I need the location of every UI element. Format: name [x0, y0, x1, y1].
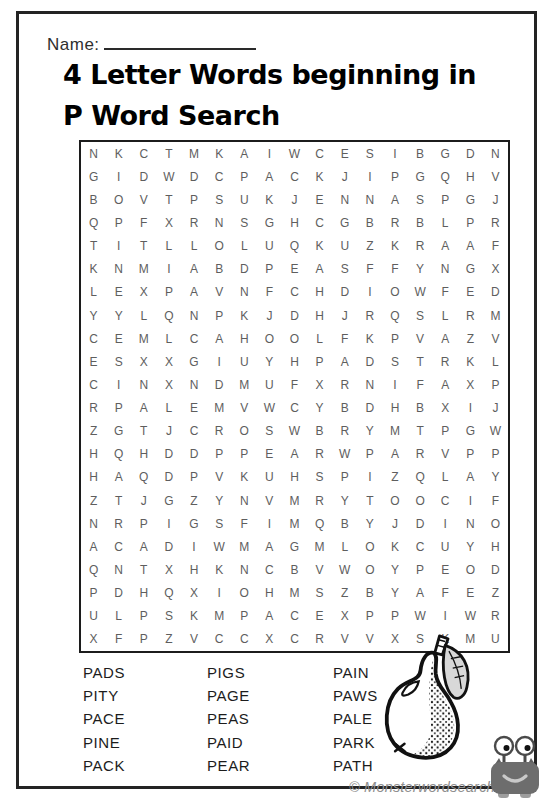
grid-cell[interactable]: L	[433, 304, 458, 327]
grid-cell[interactable]: G	[433, 142, 458, 165]
grid-cell[interactable]: M	[483, 304, 508, 327]
grid-cell[interactable]: J	[483, 397, 508, 420]
grid-cell[interactable]: E	[282, 258, 307, 281]
grid-cell[interactable]: S	[357, 142, 382, 165]
grid-cell[interactable]: O	[483, 512, 508, 535]
grid-cell[interactable]: I	[357, 466, 382, 489]
grid-cell[interactable]: X	[307, 373, 332, 396]
grid-cell[interactable]: A	[232, 142, 257, 165]
grid-cell[interactable]: U	[232, 188, 257, 211]
grid-cell[interactable]: N	[207, 211, 232, 234]
grid-cell[interactable]: D	[181, 165, 206, 188]
grid-cell[interactable]: O	[382, 281, 407, 304]
grid-cell[interactable]: E	[307, 188, 332, 211]
grid-cell[interactable]: D	[106, 582, 131, 605]
grid-cell[interactable]: N	[332, 188, 357, 211]
grid-cell[interactable]: N	[106, 558, 131, 581]
grid-cell[interactable]: X	[433, 397, 458, 420]
grid-cell[interactable]: L	[232, 235, 257, 258]
grid-cell[interactable]: A	[332, 350, 357, 373]
grid-cell[interactable]: H	[181, 558, 206, 581]
grid-cell[interactable]: H	[232, 327, 257, 350]
grid-cell[interactable]: I	[433, 605, 458, 628]
grid-cell[interactable]: O	[408, 489, 433, 512]
grid-cell[interactable]: R	[382, 211, 407, 234]
grid-cell[interactable]: I	[257, 142, 282, 165]
grid-cell[interactable]: L	[156, 397, 181, 420]
grid-cell[interactable]: V	[207, 281, 232, 304]
grid-cell[interactable]: C	[307, 211, 332, 234]
grid-cell[interactable]: D	[332, 281, 357, 304]
grid-cell[interactable]: M	[232, 535, 257, 558]
grid-cell[interactable]: P	[131, 605, 156, 628]
grid-cell[interactable]: I	[106, 165, 131, 188]
grid-cell[interactable]: L	[81, 281, 106, 304]
grid-cell[interactable]: F	[433, 582, 458, 605]
grid-cell[interactable]: G	[458, 188, 483, 211]
grid-cell[interactable]: T	[408, 420, 433, 443]
grid-cell[interactable]: C	[81, 373, 106, 396]
grid-cell[interactable]: H	[282, 211, 307, 234]
grid-cell[interactable]: E	[106, 327, 131, 350]
grid-cell[interactable]: O	[232, 420, 257, 443]
grid-cell[interactable]: P	[207, 443, 232, 466]
grid-cell[interactable]: M	[307, 535, 332, 558]
grid-cell[interactable]: P	[408, 558, 433, 581]
grid-cell[interactable]: X	[81, 628, 106, 651]
grid-cell[interactable]: P	[357, 443, 382, 466]
grid-cell[interactable]: S	[408, 304, 433, 327]
grid-cell[interactable]: A	[257, 605, 282, 628]
grid-cell[interactable]: N	[357, 373, 382, 396]
grid-cell[interactable]: K	[357, 327, 382, 350]
grid-cell[interactable]: I	[207, 582, 232, 605]
grid-cell[interactable]: Y	[81, 304, 106, 327]
grid-cell[interactable]: F	[131, 211, 156, 234]
grid-cell[interactable]: H	[483, 535, 508, 558]
grid-cell[interactable]: W	[408, 605, 433, 628]
grid-cell[interactable]: B	[357, 211, 382, 234]
grid-cell[interactable]: P	[232, 605, 257, 628]
grid-cell[interactable]: C	[433, 489, 458, 512]
grid-cell[interactable]: A	[181, 281, 206, 304]
grid-cell[interactable]: Z	[483, 582, 508, 605]
grid-cell[interactable]: S	[207, 188, 232, 211]
grid-cell[interactable]: W	[458, 605, 483, 628]
grid-cell[interactable]: O	[458, 558, 483, 581]
grid-cell[interactable]: U	[332, 235, 357, 258]
grid-cell[interactable]: R	[408, 443, 433, 466]
grid-cell[interactable]: I	[156, 258, 181, 281]
grid-cell[interactable]: C	[408, 535, 433, 558]
grid-cell[interactable]: A	[408, 582, 433, 605]
grid-cell[interactable]: R	[207, 420, 232, 443]
grid-cell[interactable]: S	[106, 350, 131, 373]
grid-cell[interactable]: K	[207, 558, 232, 581]
grid-cell[interactable]: X	[156, 373, 181, 396]
grid-cell[interactable]: I	[181, 535, 206, 558]
grid-cell[interactable]: S	[232, 211, 257, 234]
grid-cell[interactable]: R	[307, 489, 332, 512]
grid-cell[interactable]: P	[131, 512, 156, 535]
grid-cell[interactable]: U	[433, 535, 458, 558]
grid-cell[interactable]: K	[207, 142, 232, 165]
grid-cell[interactable]: B	[408, 397, 433, 420]
grid-cell[interactable]: P	[232, 165, 257, 188]
grid-cell[interactable]: Y	[332, 489, 357, 512]
grid-cell[interactable]: A	[131, 397, 156, 420]
grid-cell[interactable]: A	[282, 443, 307, 466]
grid-cell[interactable]: D	[181, 443, 206, 466]
grid-cell[interactable]: L	[181, 235, 206, 258]
grid-cell[interactable]: Y	[458, 535, 483, 558]
grid-cell[interactable]: B	[332, 512, 357, 535]
grid-cell[interactable]: F	[483, 235, 508, 258]
grid-cell[interactable]: C	[106, 535, 131, 558]
grid-cell[interactable]: N	[433, 258, 458, 281]
grid-cell[interactable]: L	[307, 327, 332, 350]
grid-cell[interactable]: B	[307, 420, 332, 443]
grid-cell[interactable]: I	[458, 397, 483, 420]
grid-cell[interactable]: D	[207, 373, 232, 396]
grid-cell[interactable]: Y	[257, 350, 282, 373]
grid-cell[interactable]: V	[207, 466, 232, 489]
grid-cell[interactable]: S	[156, 605, 181, 628]
grid-cell[interactable]: P	[232, 443, 257, 466]
grid-cell[interactable]: J	[257, 304, 282, 327]
grid-cell[interactable]: Q	[282, 235, 307, 258]
grid-cell[interactable]: Q	[156, 582, 181, 605]
grid-cell[interactable]: K	[181, 605, 206, 628]
grid-cell[interactable]: R	[307, 628, 332, 651]
grid-cell[interactable]: P	[433, 420, 458, 443]
grid-cell[interactable]: C	[207, 165, 232, 188]
grid-cell[interactable]: Q	[307, 512, 332, 535]
grid-cell[interactable]: Y	[357, 512, 382, 535]
grid-cell[interactable]: F	[282, 373, 307, 396]
grid-cell[interactable]: O	[257, 327, 282, 350]
grid-cell[interactable]: S	[307, 466, 332, 489]
grid-cell[interactable]: M	[282, 489, 307, 512]
grid-cell[interactable]: Q	[131, 466, 156, 489]
grid-cell[interactable]: S	[332, 258, 357, 281]
grid-cell[interactable]: V	[408, 327, 433, 350]
name-input-line[interactable]	[104, 33, 256, 50]
grid-cell[interactable]: D	[483, 558, 508, 581]
grid-cell[interactable]: E	[81, 350, 106, 373]
grid-cell[interactable]: G	[81, 165, 106, 188]
grid-cell[interactable]: I	[357, 165, 382, 188]
grid-cell[interactable]: I	[382, 373, 407, 396]
grid-cell[interactable]: R	[458, 304, 483, 327]
grid-cell[interactable]: G	[181, 350, 206, 373]
grid-cell[interactable]: W	[257, 397, 282, 420]
grid-cell[interactable]: Z	[458, 327, 483, 350]
grid-cell[interactable]: B	[81, 188, 106, 211]
grid-cell[interactable]: D	[483, 281, 508, 304]
grid-cell[interactable]: V	[483, 165, 508, 188]
grid-cell[interactable]: D	[282, 304, 307, 327]
grid-cell[interactable]: J	[131, 489, 156, 512]
grid-cell[interactable]: N	[106, 258, 131, 281]
grid-cell[interactable]: R	[81, 397, 106, 420]
grid-cell[interactable]: X	[156, 350, 181, 373]
grid-cell[interactable]: P	[131, 628, 156, 651]
grid-cell[interactable]: L	[131, 304, 156, 327]
grid-cell[interactable]: X	[257, 628, 282, 651]
grid-cell[interactable]: R	[483, 211, 508, 234]
grid-cell[interactable]: U	[257, 466, 282, 489]
grid-cell[interactable]: J	[382, 512, 407, 535]
grid-cell[interactable]: C	[282, 605, 307, 628]
grid-cell[interactable]: I	[458, 489, 483, 512]
grid-cell[interactable]: W	[332, 558, 357, 581]
grid-cell[interactable]: T	[357, 489, 382, 512]
grid-cell[interactable]: D	[156, 443, 181, 466]
grid-cell[interactable]: C	[181, 327, 206, 350]
grid-cell[interactable]: M	[232, 373, 257, 396]
grid-cell[interactable]: C	[181, 420, 206, 443]
grid-cell[interactable]: H	[458, 165, 483, 188]
grid-cell[interactable]: Y	[106, 304, 131, 327]
grid-cell[interactable]: P	[81, 582, 106, 605]
grid-cell[interactable]: N	[357, 188, 382, 211]
grid-cell[interactable]: G	[282, 535, 307, 558]
grid-cell[interactable]: H	[131, 443, 156, 466]
grid-cell[interactable]: U	[483, 628, 508, 651]
grid-cell[interactable]: M	[282, 582, 307, 605]
grid-cell[interactable]: T	[81, 235, 106, 258]
grid-cell[interactable]: V	[332, 628, 357, 651]
grid-cell[interactable]: F	[382, 258, 407, 281]
grid-cell[interactable]: M	[181, 142, 206, 165]
grid-cell[interactable]: E	[307, 605, 332, 628]
grid-cell[interactable]: L	[433, 211, 458, 234]
grid-cell[interactable]: M	[282, 512, 307, 535]
grid-cell[interactable]: K	[257, 188, 282, 211]
grid-cell[interactable]: C	[282, 397, 307, 420]
grid-cell[interactable]: T	[131, 420, 156, 443]
grid-cell[interactable]: J	[332, 304, 357, 327]
grid-cell[interactable]: T	[156, 142, 181, 165]
grid-cell[interactable]: A	[257, 165, 282, 188]
grid-cell[interactable]: H	[282, 466, 307, 489]
grid-cell[interactable]: X	[156, 211, 181, 234]
grid-cell[interactable]: F	[357, 258, 382, 281]
grid-cell[interactable]: O	[382, 489, 407, 512]
grid-cell[interactable]: J	[282, 188, 307, 211]
grid-cell[interactable]: M	[131, 258, 156, 281]
grid-cell[interactable]: P	[332, 466, 357, 489]
grid-cell[interactable]: R	[433, 350, 458, 373]
grid-cell[interactable]: Q	[382, 304, 407, 327]
grid-cell[interactable]: Z	[382, 466, 407, 489]
grid-cell[interactable]: S	[307, 582, 332, 605]
grid-cell[interactable]: A	[257, 535, 282, 558]
grid-cell[interactable]: I	[433, 512, 458, 535]
grid-cell[interactable]: G	[181, 512, 206, 535]
grid-cell[interactable]: A	[181, 258, 206, 281]
grid-cell[interactable]: Q	[408, 466, 433, 489]
grid-cell[interactable]: V	[131, 188, 156, 211]
grid-cell[interactable]: T	[106, 489, 131, 512]
grid-cell[interactable]: D	[408, 512, 433, 535]
grid-cell[interactable]: K	[382, 235, 407, 258]
grid-cell[interactable]: C	[282, 281, 307, 304]
grid-cell[interactable]: N	[131, 373, 156, 396]
grid-cell[interactable]: C	[307, 142, 332, 165]
grid-cell[interactable]: Y	[357, 420, 382, 443]
grid-cell[interactable]: H	[382, 397, 407, 420]
grid-cell[interactable]: B	[332, 397, 357, 420]
grid-cell[interactable]: L	[156, 235, 181, 258]
grid-cell[interactable]: K	[307, 165, 332, 188]
grid-cell[interactable]: I	[382, 142, 407, 165]
grid-cell[interactable]: X	[131, 350, 156, 373]
grid-cell[interactable]: T	[131, 558, 156, 581]
grid-cell[interactable]: I	[357, 281, 382, 304]
grid-cell[interactable]: P	[382, 165, 407, 188]
grid-cell[interactable]: M	[131, 327, 156, 350]
grid-cell[interactable]: X	[458, 373, 483, 396]
grid-cell[interactable]: R	[332, 420, 357, 443]
grid-cell[interactable]: A	[458, 235, 483, 258]
grid-cell[interactable]: A	[433, 327, 458, 350]
grid-cell[interactable]: H	[81, 466, 106, 489]
grid-cell[interactable]: Y	[483, 466, 508, 489]
grid-cell[interactable]: T	[408, 350, 433, 373]
grid-cell[interactable]: B	[408, 142, 433, 165]
grid-cell[interactable]: A	[382, 188, 407, 211]
grid-cell[interactable]: K	[458, 350, 483, 373]
grid-cell[interactable]: C	[257, 558, 282, 581]
grid-cell[interactable]: U	[257, 235, 282, 258]
grid-cell[interactable]: Y	[382, 582, 407, 605]
grid-cell[interactable]: W	[207, 535, 232, 558]
grid-cell[interactable]: K	[81, 258, 106, 281]
grid-cell[interactable]: G	[257, 211, 282, 234]
grid-cell[interactable]: O	[106, 188, 131, 211]
grid-cell[interactable]: N	[81, 512, 106, 535]
grid-cell[interactable]: L	[483, 350, 508, 373]
grid-cell[interactable]: L	[156, 327, 181, 350]
grid-cell[interactable]: C	[81, 327, 106, 350]
grid-cell[interactable]: C	[282, 628, 307, 651]
grid-cell[interactable]: F	[257, 281, 282, 304]
grid-cell[interactable]: E	[257, 443, 282, 466]
grid-cell[interactable]: H	[81, 443, 106, 466]
grid-cell[interactable]: N	[232, 558, 257, 581]
grid-cell[interactable]: P	[181, 466, 206, 489]
grid-cell[interactable]: C	[282, 165, 307, 188]
grid-cell[interactable]: X	[131, 281, 156, 304]
grid-cell[interactable]: P	[207, 304, 232, 327]
grid-cell[interactable]: X	[483, 258, 508, 281]
grid-cell[interactable]: P	[106, 211, 131, 234]
grid-cell[interactable]: F	[106, 628, 131, 651]
grid-cell[interactable]: L	[332, 535, 357, 558]
grid-cell[interactable]: B	[207, 258, 232, 281]
grid-cell[interactable]: X	[156, 558, 181, 581]
grid-cell[interactable]: Z	[81, 420, 106, 443]
grid-cell[interactable]: A	[458, 466, 483, 489]
grid-cell[interactable]: P	[458, 443, 483, 466]
grid-cell[interactable]: W	[156, 165, 181, 188]
grid-cell[interactable]: J	[332, 165, 357, 188]
grid-cell[interactable]: D	[458, 142, 483, 165]
grid-cell[interactable]: Z	[181, 489, 206, 512]
grid-cell[interactable]: Y	[382, 558, 407, 581]
grid-cell[interactable]: K	[382, 535, 407, 558]
grid-cell[interactable]: U	[257, 373, 282, 396]
grid-cell[interactable]: V	[181, 628, 206, 651]
grid-cell[interactable]: P	[458, 211, 483, 234]
grid-cell[interactable]: Z	[156, 628, 181, 651]
grid-cell[interactable]: K	[232, 304, 257, 327]
grid-cell[interactable]: H	[257, 582, 282, 605]
grid-cell[interactable]: Y	[408, 258, 433, 281]
grid-cell[interactable]: A	[207, 327, 232, 350]
grid-cell[interactable]: I	[257, 512, 282, 535]
grid-cell[interactable]: A	[433, 373, 458, 396]
grid-cell[interactable]: F	[483, 489, 508, 512]
grid-cell[interactable]: U	[81, 605, 106, 628]
grid-cell[interactable]: Y	[307, 397, 332, 420]
grid-cell[interactable]: D	[357, 397, 382, 420]
grid-cell[interactable]: S	[408, 188, 433, 211]
grid-cell[interactable]: E	[458, 281, 483, 304]
grid-cell[interactable]: Q	[81, 558, 106, 581]
grid-cell[interactable]: F	[232, 512, 257, 535]
grid-cell[interactable]: T	[131, 235, 156, 258]
grid-cell[interactable]: K	[307, 235, 332, 258]
grid-cell[interactable]: P	[106, 397, 131, 420]
grid-cell[interactable]: N	[181, 304, 206, 327]
grid-cell[interactable]: T	[156, 188, 181, 211]
grid-cell[interactable]: L	[433, 466, 458, 489]
grid-cell[interactable]: G	[106, 420, 131, 443]
grid-cell[interactable]: R	[357, 304, 382, 327]
grid-cell[interactable]: S	[382, 350, 407, 373]
grid-cell[interactable]: K	[106, 142, 131, 165]
grid-cell[interactable]: J	[483, 188, 508, 211]
grid-cell[interactable]: P	[357, 605, 382, 628]
grid-cell[interactable]: B	[282, 558, 307, 581]
grid-cell[interactable]: P	[181, 188, 206, 211]
grid-cell[interactable]: R	[106, 512, 131, 535]
grid-cell[interactable]: F	[433, 281, 458, 304]
grid-cell[interactable]: V	[433, 443, 458, 466]
grid-cell[interactable]: W	[282, 420, 307, 443]
grid-cell[interactable]: U	[232, 350, 257, 373]
grid-cell[interactable]: G	[156, 489, 181, 512]
grid-cell[interactable]: N	[181, 373, 206, 396]
grid-cell[interactable]: H	[282, 350, 307, 373]
grid-cell[interactable]: A	[131, 535, 156, 558]
grid-cell[interactable]: Z	[332, 582, 357, 605]
grid-cell[interactable]: S	[207, 512, 232, 535]
grid-cell[interactable]: A	[433, 235, 458, 258]
grid-cell[interactable]: V	[483, 327, 508, 350]
grid-cell[interactable]: Z	[81, 489, 106, 512]
grid-cell[interactable]: B	[357, 582, 382, 605]
grid-cell[interactable]: K	[232, 466, 257, 489]
grid-cell[interactable]: C	[207, 628, 232, 651]
grid-cell[interactable]: E	[332, 142, 357, 165]
grid-cell[interactable]: M	[207, 397, 232, 420]
grid-cell[interactable]: W	[408, 281, 433, 304]
grid-cell[interactable]: G	[408, 165, 433, 188]
